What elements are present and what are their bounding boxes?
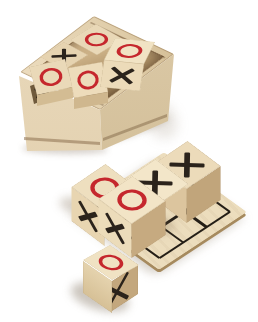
x-mark: [100, 60, 144, 91]
o-mark: [111, 185, 153, 215]
o-mark: [76, 69, 101, 91]
box-cube-c-front-face: [100, 60, 144, 91]
product-photo: [0, 0, 258, 322]
o-mark: [80, 30, 113, 49]
o-mark: [94, 252, 129, 274]
x-stroke: [184, 152, 190, 177]
o-mark: [37, 66, 64, 88]
o-mark: [114, 43, 146, 59]
